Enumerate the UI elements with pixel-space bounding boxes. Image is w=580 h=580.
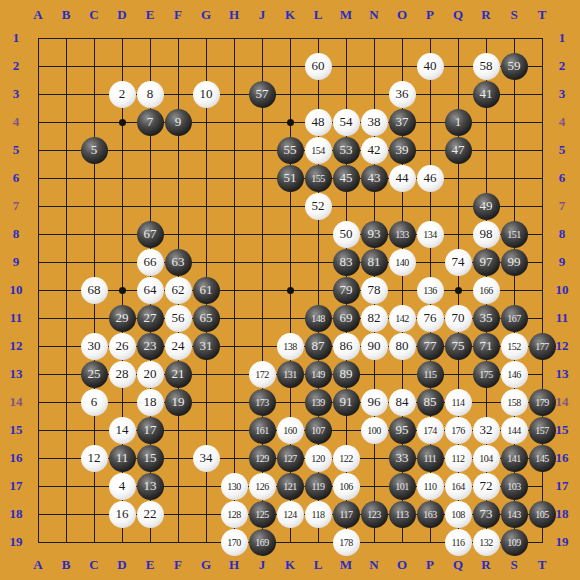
stone-black-63: 63	[165, 249, 192, 276]
stone-white-152: 152	[501, 333, 528, 360]
stone-black-19: 19	[165, 389, 192, 416]
stone-black-57: 57	[249, 81, 276, 108]
stone-white-60: 60	[305, 53, 332, 80]
stone-white-118: 118	[305, 501, 332, 528]
stone-white-8: 8	[137, 81, 164, 108]
row-label-right: 1	[552, 30, 572, 46]
stone-white-72: 72	[473, 473, 500, 500]
stone-black-77: 77	[417, 333, 444, 360]
star-point	[119, 119, 126, 126]
stone-white-140: 140	[389, 249, 416, 276]
stone-black-179: 179	[529, 389, 556, 416]
row-label-left: 7	[6, 198, 26, 214]
stone-black-163: 163	[417, 501, 444, 528]
stone-white-2: 2	[109, 81, 136, 108]
stone-black-49: 49	[473, 193, 500, 220]
stone-white-108: 108	[445, 501, 472, 528]
stone-white-134: 134	[417, 221, 444, 248]
row-label-right: 5	[552, 142, 572, 158]
stone-black-51: 51	[277, 165, 304, 192]
stone-white-58: 58	[473, 53, 500, 80]
star-point	[455, 287, 462, 294]
row-label-left: 19	[6, 534, 26, 550]
stone-black-7: 7	[137, 109, 164, 136]
stone-black-1: 1	[445, 109, 472, 136]
stone-black-95: 95	[389, 417, 416, 444]
stone-white-124: 124	[277, 501, 304, 528]
stone-black-99: 99	[501, 249, 528, 276]
stone-black-37: 37	[389, 109, 416, 136]
row-label-right: 11	[552, 310, 572, 326]
stone-black-43: 43	[361, 165, 388, 192]
stone-black-55: 55	[277, 137, 304, 164]
stone-white-36: 36	[389, 81, 416, 108]
stone-white-24: 24	[165, 333, 192, 360]
column-label-bottom: D	[112, 557, 132, 573]
column-label-bottom: B	[56, 557, 76, 573]
stone-white-116: 116	[445, 529, 472, 556]
stone-white-22: 22	[137, 501, 164, 528]
stone-white-158: 158	[501, 389, 528, 416]
row-label-left: 9	[6, 254, 26, 270]
row-label-left: 11	[6, 310, 26, 326]
column-label-top: P	[420, 7, 440, 23]
stone-white-38: 38	[361, 109, 388, 136]
stone-black-69: 69	[333, 305, 360, 332]
stone-black-89: 89	[333, 361, 360, 388]
stone-black-59: 59	[501, 53, 528, 80]
stone-black-61: 61	[193, 277, 220, 304]
stone-black-103: 103	[501, 473, 528, 500]
column-label-bottom: T	[532, 557, 552, 573]
row-label-right: 7	[552, 198, 572, 214]
stone-white-138: 138	[277, 333, 304, 360]
row-label-left: 5	[6, 142, 26, 158]
row-label-right: 4	[552, 114, 572, 130]
column-label-top: B	[56, 7, 76, 23]
row-label-left: 18	[6, 506, 26, 522]
column-label-top: K	[280, 7, 300, 23]
stone-white-178: 178	[333, 529, 360, 556]
column-label-bottom: H	[224, 557, 244, 573]
column-label-top: Q	[448, 7, 468, 23]
stone-white-40: 40	[417, 53, 444, 80]
stone-black-87: 87	[305, 333, 332, 360]
stone-white-52: 52	[305, 193, 332, 220]
stone-black-81: 81	[361, 249, 388, 276]
column-label-bottom: M	[336, 557, 356, 573]
row-label-left: 1	[6, 30, 26, 46]
stone-white-120: 120	[305, 445, 332, 472]
stone-white-174: 174	[417, 417, 444, 444]
stone-black-143: 143	[501, 501, 528, 528]
row-label-left: 17	[6, 478, 26, 494]
stone-white-64: 64	[137, 277, 164, 304]
stone-black-91: 91	[333, 389, 360, 416]
stone-white-80: 80	[389, 333, 416, 360]
stone-black-93: 93	[361, 221, 388, 248]
column-label-top: F	[168, 7, 188, 23]
stone-white-28: 28	[109, 361, 136, 388]
stone-black-173: 173	[249, 389, 276, 416]
stone-white-130: 130	[221, 473, 248, 500]
stone-white-30: 30	[81, 333, 108, 360]
stone-black-65: 65	[193, 305, 220, 332]
stone-black-133: 133	[389, 221, 416, 248]
stone-black-123: 123	[361, 501, 388, 528]
stone-black-53: 53	[333, 137, 360, 164]
stone-black-149: 149	[305, 361, 332, 388]
stone-black-75: 75	[445, 333, 472, 360]
stone-white-66: 66	[137, 249, 164, 276]
stone-white-90: 90	[361, 333, 388, 360]
stone-black-83: 83	[333, 249, 360, 276]
stone-black-11: 11	[109, 445, 136, 472]
stone-white-170: 170	[221, 529, 248, 556]
stone-black-139: 139	[305, 389, 332, 416]
stone-black-97: 97	[473, 249, 500, 276]
column-label-top: J	[252, 7, 272, 23]
row-label-right: 9	[552, 254, 572, 270]
stone-black-151: 151	[501, 221, 528, 248]
row-label-left: 3	[6, 86, 26, 102]
row-label-right: 10	[552, 282, 572, 298]
stone-white-10: 10	[193, 81, 220, 108]
column-label-bottom: O	[392, 557, 412, 573]
stone-white-132: 132	[473, 529, 500, 556]
column-label-bottom: A	[28, 557, 48, 573]
stone-black-85: 85	[417, 389, 444, 416]
stone-white-18: 18	[137, 389, 164, 416]
stone-black-15: 15	[137, 445, 164, 472]
row-label-left: 14	[6, 394, 26, 410]
stone-white-146: 146	[501, 361, 528, 388]
column-label-top: N	[364, 7, 384, 23]
stone-white-98: 98	[473, 221, 500, 248]
stone-black-169: 169	[249, 529, 276, 556]
column-label-bottom: N	[364, 557, 384, 573]
stone-black-113: 113	[389, 501, 416, 528]
stone-black-29: 29	[109, 305, 136, 332]
stone-white-48: 48	[305, 109, 332, 136]
column-label-top: M	[336, 7, 356, 23]
stone-black-101: 101	[389, 473, 416, 500]
stone-black-127: 127	[277, 445, 304, 472]
stone-black-117: 117	[333, 501, 360, 528]
stone-black-21: 21	[165, 361, 192, 388]
stone-black-141: 141	[501, 445, 528, 472]
stone-black-121: 121	[277, 473, 304, 500]
stone-black-155: 155	[305, 165, 332, 192]
row-label-right: 13	[552, 366, 572, 382]
stone-white-68: 68	[81, 277, 108, 304]
stone-white-62: 62	[165, 277, 192, 304]
stone-white-78: 78	[361, 277, 388, 304]
stone-black-45: 45	[333, 165, 360, 192]
column-label-bottom: J	[252, 557, 272, 573]
stone-white-50: 50	[333, 221, 360, 248]
stone-white-26: 26	[109, 333, 136, 360]
row-label-left: 13	[6, 366, 26, 382]
stone-white-4: 4	[109, 473, 136, 500]
stone-black-111: 111	[417, 445, 444, 472]
column-label-bottom: S	[504, 557, 524, 573]
stone-white-6: 6	[81, 389, 108, 416]
stone-black-71: 71	[473, 333, 500, 360]
stone-white-144: 144	[501, 417, 528, 444]
column-label-top: D	[112, 7, 132, 23]
column-label-bottom: Q	[448, 557, 468, 573]
stone-white-136: 136	[417, 277, 444, 304]
row-label-left: 16	[6, 450, 26, 466]
stone-black-167: 167	[501, 305, 528, 332]
row-label-right: 19	[552, 534, 572, 550]
row-label-left: 8	[6, 226, 26, 242]
stone-white-176: 176	[445, 417, 472, 444]
stone-white-106: 106	[333, 473, 360, 500]
stone-white-20: 20	[137, 361, 164, 388]
stone-black-115: 115	[417, 361, 444, 388]
stone-black-119: 119	[305, 473, 332, 500]
stone-white-126: 126	[249, 473, 276, 500]
row-label-right: 2	[552, 58, 572, 74]
star-point	[119, 287, 126, 294]
column-label-bottom: L	[308, 557, 328, 573]
stone-black-125: 125	[249, 501, 276, 528]
stone-black-129: 129	[249, 445, 276, 472]
row-label-right: 17	[552, 478, 572, 494]
column-label-top: T	[532, 7, 552, 23]
stone-white-86: 86	[333, 333, 360, 360]
row-label-left: 12	[6, 338, 26, 354]
column-label-top: R	[476, 7, 496, 23]
stone-black-9: 9	[165, 109, 192, 136]
column-label-bottom: R	[476, 557, 496, 573]
row-label-left: 2	[6, 58, 26, 74]
stone-white-42: 42	[361, 137, 388, 164]
stone-black-41: 41	[473, 81, 500, 108]
stone-white-122: 122	[333, 445, 360, 472]
stone-white-154: 154	[305, 137, 332, 164]
stone-white-142: 142	[389, 305, 416, 332]
stone-black-13: 13	[137, 473, 164, 500]
column-label-top: O	[392, 7, 412, 23]
stone-white-70: 70	[445, 305, 472, 332]
stone-white-76: 76	[417, 305, 444, 332]
column-label-top: L	[308, 7, 328, 23]
column-label-bottom: G	[196, 557, 216, 573]
star-point	[287, 287, 294, 294]
row-label-left: 6	[6, 170, 26, 186]
stone-black-109: 109	[501, 529, 528, 556]
stone-white-128: 128	[221, 501, 248, 528]
stone-white-84: 84	[389, 389, 416, 416]
stone-black-39: 39	[389, 137, 416, 164]
stone-black-25: 25	[81, 361, 108, 388]
column-label-top: H	[224, 7, 244, 23]
stone-black-27: 27	[137, 305, 164, 332]
stone-black-47: 47	[445, 137, 472, 164]
column-label-top: S	[504, 7, 524, 23]
stone-black-105: 105	[529, 501, 556, 528]
stone-black-35: 35	[473, 305, 500, 332]
stone-black-5: 5	[81, 137, 108, 164]
stone-white-34: 34	[193, 445, 220, 472]
column-label-top: C	[84, 7, 104, 23]
row-label-left: 15	[6, 422, 26, 438]
stone-white-96: 96	[361, 389, 388, 416]
stone-white-104: 104	[473, 445, 500, 472]
stone-white-16: 16	[109, 501, 136, 528]
stone-black-157: 157	[529, 417, 556, 444]
stone-black-23: 23	[137, 333, 164, 360]
row-label-right: 6	[552, 170, 572, 186]
stone-black-31: 31	[193, 333, 220, 360]
stone-white-172: 172	[249, 361, 276, 388]
stone-white-100: 100	[361, 417, 388, 444]
stone-white-166: 166	[473, 277, 500, 304]
column-label-bottom: P	[420, 557, 440, 573]
stone-white-12: 12	[81, 445, 108, 472]
go-board: AABBCCDDEEFFGGHHJJKKLLMMNNOOPPQQRRSSTT11…	[0, 0, 580, 580]
stone-black-33: 33	[389, 445, 416, 472]
stone-black-177: 177	[529, 333, 556, 360]
row-label-right: 8	[552, 226, 572, 242]
column-label-bottom: K	[280, 557, 300, 573]
column-label-bottom: C	[84, 557, 104, 573]
stone-black-161: 161	[249, 417, 276, 444]
stone-black-131: 131	[277, 361, 304, 388]
stone-white-32: 32	[473, 417, 500, 444]
column-label-top: A	[28, 7, 48, 23]
column-label-bottom: E	[140, 557, 160, 573]
stone-black-145: 145	[529, 445, 556, 472]
stone-black-148: 148	[305, 305, 332, 332]
column-label-top: G	[196, 7, 216, 23]
stone-white-54: 54	[333, 109, 360, 136]
stone-black-107: 107	[305, 417, 332, 444]
stone-white-44: 44	[389, 165, 416, 192]
stone-black-67: 67	[137, 221, 164, 248]
stone-white-74: 74	[445, 249, 472, 276]
row-label-left: 4	[6, 114, 26, 130]
stone-white-46: 46	[417, 165, 444, 192]
stone-white-114: 114	[445, 389, 472, 416]
stone-black-79: 79	[333, 277, 360, 304]
stone-white-112: 112	[445, 445, 472, 472]
stone-black-17: 17	[137, 417, 164, 444]
row-label-right: 3	[552, 86, 572, 102]
stone-white-160: 160	[277, 417, 304, 444]
stone-white-82: 82	[361, 305, 388, 332]
column-label-bottom: F	[168, 557, 188, 573]
stone-white-14: 14	[109, 417, 136, 444]
star-point	[287, 119, 294, 126]
stone-white-164: 164	[445, 473, 472, 500]
stone-white-110: 110	[417, 473, 444, 500]
stone-black-73: 73	[473, 501, 500, 528]
row-label-left: 10	[6, 282, 26, 298]
stone-white-56: 56	[165, 305, 192, 332]
column-label-top: E	[140, 7, 160, 23]
stone-black-175: 175	[473, 361, 500, 388]
